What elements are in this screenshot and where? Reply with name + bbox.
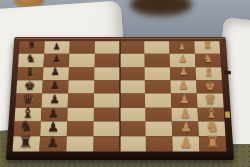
- square-a2[interactable]: ♟: [172, 136, 199, 151]
- piece-white-bishop: ♝: [204, 66, 215, 78]
- square-f4[interactable]: [120, 67, 146, 80]
- square-h3[interactable]: [145, 41, 170, 54]
- square-e5[interactable]: [94, 80, 120, 93]
- square-b4[interactable]: [120, 121, 146, 135]
- piece-black-pawn: ♟: [48, 107, 59, 120]
- square-d6[interactable]: [67, 94, 93, 108]
- square-a6[interactable]: [66, 136, 93, 151]
- square-h7[interactable]: ♟: [44, 41, 70, 54]
- square-c6[interactable]: [67, 108, 93, 122]
- piece-black-pawn: ♟: [52, 54, 61, 64]
- piece-black-pawn: ♟: [47, 121, 59, 134]
- piece-black-pawn: ♟: [50, 80, 60, 91]
- square-a3[interactable]: [146, 136, 173, 151]
- square-b3[interactable]: [146, 121, 173, 135]
- square-c3[interactable]: [146, 108, 172, 122]
- square-h5[interactable]: [94, 41, 119, 54]
- piece-white-pawn: ♟: [178, 42, 186, 51]
- fold-seam: [119, 41, 121, 151]
- square-a7[interactable]: ♟: [39, 136, 66, 151]
- square-a1[interactable]: ♜: [199, 136, 226, 151]
- square-h4[interactable]: [120, 41, 145, 54]
- piece-black-rook: ♜: [19, 134, 34, 150]
- square-e3[interactable]: [145, 80, 171, 93]
- square-c4[interactable]: [120, 108, 146, 122]
- piece-white-king: ♚: [204, 79, 215, 92]
- square-a5[interactable]: [93, 136, 120, 151]
- square-h2[interactable]: ♟: [169, 41, 195, 54]
- square-f6[interactable]: [68, 67, 94, 80]
- piece-white-pawn: ♟: [179, 80, 189, 91]
- square-c5[interactable]: [93, 108, 119, 122]
- square-g5[interactable]: [94, 54, 119, 67]
- square-b6[interactable]: [67, 121, 94, 135]
- piece-white-pawn: ♟: [179, 107, 190, 120]
- piece-white-pawn: ♟: [180, 135, 193, 149]
- square-g4[interactable]: [120, 54, 145, 67]
- square-d3[interactable]: [145, 94, 171, 108]
- board-edge-highlight: [16, 38, 224, 39]
- piece-black-pawn: ♟: [49, 93, 60, 105]
- square-e6[interactable]: [68, 80, 94, 93]
- piece-black-rook: ♜: [27, 41, 36, 51]
- square-g3[interactable]: [145, 54, 171, 67]
- square-a4[interactable]: [120, 136, 147, 151]
- square-e4[interactable]: [120, 80, 146, 93]
- square-d5[interactable]: [93, 94, 119, 108]
- piece-white-rook: ♜: [206, 134, 221, 150]
- scene: ♜♟♟♜♞♟♟♞♝♟♟♝♚♟♟♚♛♟♟♛♝♟♟♝♞♟♟♞♜♟♟♜: [0, 0, 250, 167]
- square-g6[interactable]: [69, 54, 95, 67]
- piece-white-pawn: ♟: [179, 67, 188, 77]
- piece-black-pawn: ♟: [46, 135, 59, 149]
- square-h6[interactable]: [69, 41, 94, 54]
- piece-black-pawn: ♟: [51, 67, 60, 77]
- square-b5[interactable]: [93, 121, 119, 135]
- piece-white-rook: ♜: [203, 41, 212, 51]
- brass-clasp: [225, 111, 230, 117]
- square-f3[interactable]: [145, 67, 171, 80]
- piece-white-pawn: ♟: [179, 93, 190, 105]
- piece-white-pawn: ♟: [180, 121, 192, 134]
- board-front-shade: [6, 152, 234, 160]
- square-d4[interactable]: [120, 94, 146, 108]
- square-a8[interactable]: ♜: [13, 136, 40, 151]
- piece-white-knight: ♞: [203, 54, 213, 65]
- side-latch: [224, 71, 231, 74]
- piece-black-king: ♚: [24, 79, 35, 92]
- chess-board: ♜♟♟♜♞♟♟♞♝♟♟♝♚♟♟♚♛♟♟♛♝♟♟♝♞♟♟♞♜♟♟♜: [6, 37, 234, 160]
- piece-white-pawn: ♟: [179, 54, 188, 64]
- piece-black-knight: ♞: [26, 54, 36, 65]
- piece-black-bishop: ♝: [25, 66, 36, 78]
- square-f5[interactable]: [94, 67, 120, 80]
- piece-black-pawn: ♟: [53, 42, 61, 51]
